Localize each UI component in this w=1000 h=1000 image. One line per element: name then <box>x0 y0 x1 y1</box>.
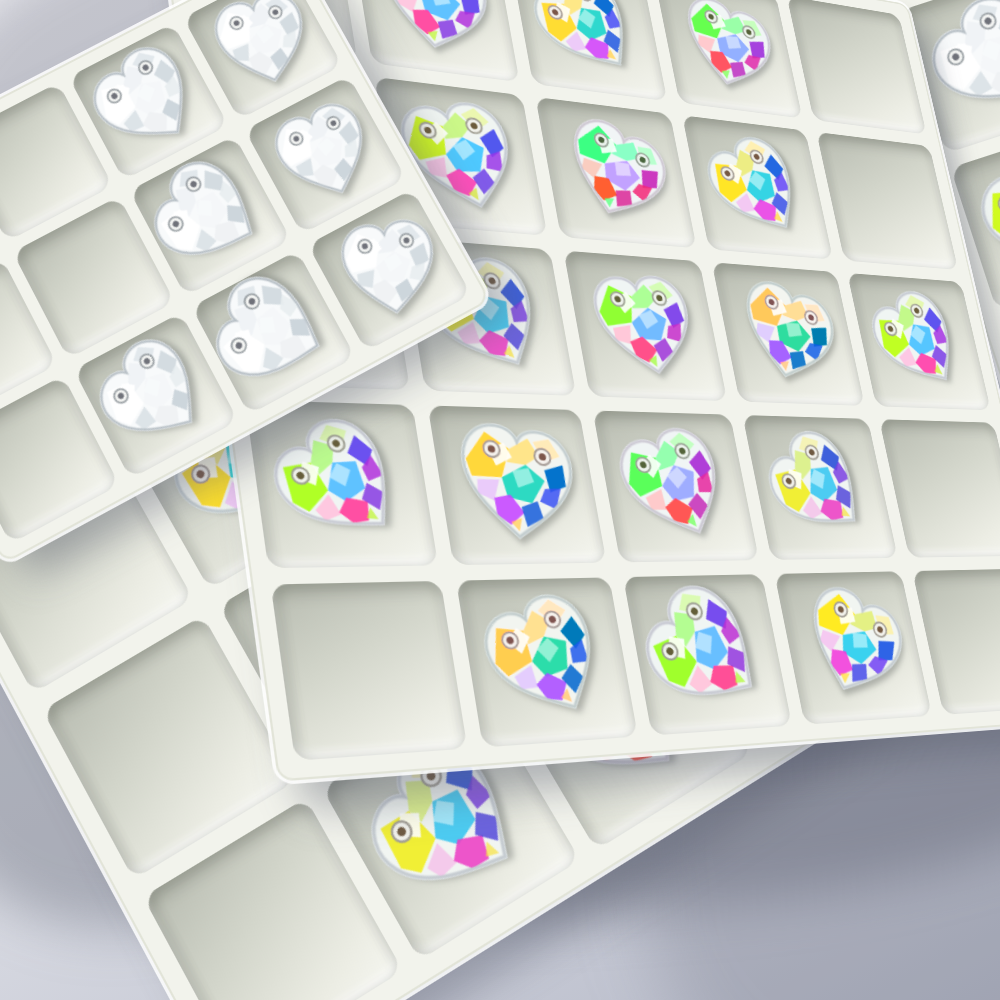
heart-gem-icon <box>456 571 637 751</box>
tray-main-ab-cell-r4c1 <box>456 577 638 747</box>
heart-rhinestone-clear <box>196 0 329 106</box>
tray-main-ab-cell-r0c1 <box>349 0 519 82</box>
heart-gem-icon <box>196 0 329 106</box>
heart-gem-icon <box>448 407 588 562</box>
heart-rhinestone-ab <box>731 262 845 407</box>
tray-main-ab-cell-r1c3 <box>682 115 833 259</box>
heart-gem-icon <box>550 98 681 249</box>
heart-rhinestone-ab <box>509 0 666 100</box>
heart-rhinestone-ab <box>456 571 637 751</box>
heart-gem-icon <box>787 565 918 727</box>
heart-gem-icon <box>731 262 845 407</box>
heart-gem-icon <box>851 272 986 415</box>
heart-rhinestone-clear <box>326 207 454 332</box>
heart-gem-icon <box>620 557 793 750</box>
tray-main-ab-cell-r1c4 <box>816 132 958 270</box>
heart-gem-icon <box>509 0 666 100</box>
heart-gem-icon <box>595 410 756 566</box>
photo-stage <box>0 0 1000 1000</box>
tray-main-ab-cell-r2c3 <box>712 262 865 406</box>
tray-main-ab-cell-r2c4 <box>847 273 991 410</box>
tray-main-ab-cell-r2c2 <box>563 251 727 402</box>
tray-main-ab-cell-r3c3 <box>742 415 897 560</box>
heart-rhinestone-ab <box>620 557 793 750</box>
heart-rhinestone-ab <box>550 98 681 249</box>
heart-rhinestone-ab <box>574 267 716 388</box>
heart-gem-icon <box>326 207 454 332</box>
heart-gem-icon <box>371 0 497 77</box>
heart-rhinestone-ab <box>851 272 986 415</box>
tray-main-ab-cell-r1c2 <box>535 97 696 248</box>
tray-main-ab-cell-r0c3 <box>654 0 803 119</box>
tray-main-ab-cell-r4c3 <box>774 571 932 724</box>
tray-main-ab-cell-r3c2 <box>593 410 759 562</box>
tray-main-ab-cell-r4c2 <box>623 574 792 735</box>
heart-gem-icon <box>684 118 830 261</box>
tray-main-ab-cell-r0c4 <box>787 0 927 135</box>
tray-main-ab-cell-r3c1 <box>428 405 607 565</box>
heart-gem-icon <box>747 407 893 569</box>
heart-rhinestone-ab <box>448 407 588 562</box>
heart-rhinestone-ab <box>595 410 756 566</box>
heart-rhinestone-ab <box>675 0 780 114</box>
heart-rhinestone-ab <box>787 565 918 727</box>
heart-rhinestone-ab <box>747 407 893 569</box>
heart-gem-icon <box>574 267 716 388</box>
heart-gem-icon <box>675 0 780 114</box>
tray-main-ab-cell-r3c0 <box>245 400 438 568</box>
tray-main-ab-cell-r3c4 <box>879 419 1000 557</box>
tray-main-ab-cell-r4c0 <box>271 581 468 761</box>
heart-rhinestone-ab <box>371 0 497 77</box>
tray-main-ab-cell-r0c2 <box>508 0 667 101</box>
heart-rhinestone-ab <box>684 118 830 261</box>
